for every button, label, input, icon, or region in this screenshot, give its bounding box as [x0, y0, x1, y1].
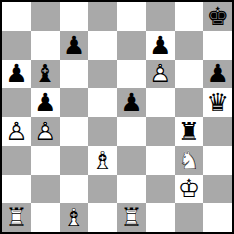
square-a2[interactable] — [2, 175, 31, 204]
piece-white-knight: ♞♘ — [175, 146, 204, 175]
square-g5[interactable] — [175, 88, 204, 117]
piece-black-pawn: ♟ — [146, 31, 175, 60]
square-b4[interactable]: ♟♙ — [31, 117, 60, 146]
square-c4[interactable] — [60, 117, 89, 146]
square-h2[interactable] — [203, 175, 232, 204]
piece-white-king: ♚♔ — [175, 175, 204, 204]
square-b2[interactable] — [31, 175, 60, 204]
piece-outline-layer: ♙ — [146, 60, 175, 89]
piece-outline-layer: ♙ — [2, 117, 31, 146]
square-c5[interactable] — [60, 88, 89, 117]
piece-white-bishop: ♝♗ — [60, 203, 89, 232]
square-d3[interactable]: ♝♗ — [88, 146, 117, 175]
piece-white-rook: ♜♖ — [2, 203, 31, 232]
piece-black-bishop: ♝ — [31, 60, 60, 89]
square-h4[interactable] — [203, 117, 232, 146]
square-f8[interactable] — [146, 2, 175, 31]
square-b7[interactable] — [31, 31, 60, 60]
square-c3[interactable] — [60, 146, 89, 175]
piece-fill-layer: ♟ — [203, 60, 232, 89]
square-g4[interactable]: ♜ — [175, 117, 204, 146]
piece-white-bishop: ♝♗ — [88, 146, 117, 175]
square-h5[interactable]: ♛ — [203, 88, 232, 117]
square-g3[interactable]: ♞♘ — [175, 146, 204, 175]
square-b6[interactable]: ♝ — [31, 60, 60, 89]
square-f5[interactable] — [146, 88, 175, 117]
square-a3[interactable] — [2, 146, 31, 175]
square-h7[interactable] — [203, 31, 232, 60]
piece-black-pawn: ♟ — [117, 88, 146, 117]
piece-white-pawn: ♟♙ — [2, 117, 31, 146]
square-h6[interactable]: ♟ — [203, 60, 232, 89]
piece-outline-layer: ♗ — [88, 146, 117, 175]
piece-outline-layer: ♘ — [175, 146, 204, 175]
chessboard: ♚♟♟♟♝♟♙♟♟♟♛♟♙♟♙♜♝♗♞♘♚♔♜♖♝♗♜♖ — [0, 0, 234, 234]
square-c8[interactable] — [60, 2, 89, 31]
square-b1[interactable] — [31, 203, 60, 232]
square-e7[interactable] — [117, 31, 146, 60]
piece-black-queen: ♛ — [203, 88, 232, 117]
square-a8[interactable] — [2, 2, 31, 31]
square-c6[interactable] — [60, 60, 89, 89]
square-b5[interactable]: ♟ — [31, 88, 60, 117]
square-h8[interactable]: ♚ — [203, 2, 232, 31]
square-f6[interactable]: ♟♙ — [146, 60, 175, 89]
square-a6[interactable]: ♟ — [2, 60, 31, 89]
piece-black-pawn: ♟ — [2, 60, 31, 89]
square-a7[interactable] — [2, 31, 31, 60]
square-g1[interactable] — [175, 203, 204, 232]
piece-fill-layer: ♜ — [175, 117, 204, 146]
piece-outline-layer: ♖ — [2, 203, 31, 232]
square-d2[interactable] — [88, 175, 117, 204]
square-b3[interactable] — [31, 146, 60, 175]
piece-fill-layer: ♟ — [31, 88, 60, 117]
square-f2[interactable] — [146, 175, 175, 204]
piece-fill-layer: ♝ — [31, 60, 60, 89]
piece-fill-layer: ♟ — [60, 31, 89, 60]
piece-fill-layer: ♛ — [203, 88, 232, 117]
square-f7[interactable]: ♟ — [146, 31, 175, 60]
square-d8[interactable] — [88, 2, 117, 31]
piece-black-pawn: ♟ — [60, 31, 89, 60]
square-g2[interactable]: ♚♔ — [175, 175, 204, 204]
square-b8[interactable] — [31, 2, 60, 31]
piece-outline-layer: ♔ — [175, 175, 204, 204]
piece-fill-layer: ♚ — [203, 2, 232, 31]
square-e6[interactable] — [117, 60, 146, 89]
square-c7[interactable]: ♟ — [60, 31, 89, 60]
square-e2[interactable] — [117, 175, 146, 204]
piece-fill-layer: ♟ — [2, 60, 31, 89]
square-d4[interactable] — [88, 117, 117, 146]
piece-black-pawn: ♟ — [203, 60, 232, 89]
square-g8[interactable] — [175, 2, 204, 31]
square-h3[interactable] — [203, 146, 232, 175]
square-e3[interactable] — [117, 146, 146, 175]
square-d1[interactable] — [88, 203, 117, 232]
piece-white-pawn: ♟♙ — [146, 60, 175, 89]
piece-outline-layer: ♙ — [31, 117, 60, 146]
square-a4[interactable]: ♟♙ — [2, 117, 31, 146]
piece-black-king: ♚ — [203, 2, 232, 31]
piece-white-pawn: ♟♙ — [31, 117, 60, 146]
square-f4[interactable] — [146, 117, 175, 146]
square-c1[interactable]: ♝♗ — [60, 203, 89, 232]
piece-fill-layer: ♟ — [117, 88, 146, 117]
square-d6[interactable] — [88, 60, 117, 89]
square-g7[interactable] — [175, 31, 204, 60]
square-h1[interactable] — [203, 203, 232, 232]
square-e1[interactable]: ♜♖ — [117, 203, 146, 232]
square-e8[interactable] — [117, 2, 146, 31]
square-e4[interactable] — [117, 117, 146, 146]
piece-white-rook: ♜♖ — [117, 203, 146, 232]
piece-fill-layer: ♟ — [146, 31, 175, 60]
square-g6[interactable] — [175, 60, 204, 89]
square-f1[interactable] — [146, 203, 175, 232]
square-f3[interactable] — [146, 146, 175, 175]
square-a5[interactable] — [2, 88, 31, 117]
piece-black-pawn: ♟ — [31, 88, 60, 117]
piece-black-rook: ♜ — [175, 117, 204, 146]
square-d7[interactable] — [88, 31, 117, 60]
piece-outline-layer: ♖ — [117, 203, 146, 232]
square-d5[interactable] — [88, 88, 117, 117]
piece-outline-layer: ♗ — [60, 203, 89, 232]
square-a1[interactable]: ♜♖ — [2, 203, 31, 232]
square-e5[interactable]: ♟ — [117, 88, 146, 117]
square-c2[interactable] — [60, 175, 89, 204]
